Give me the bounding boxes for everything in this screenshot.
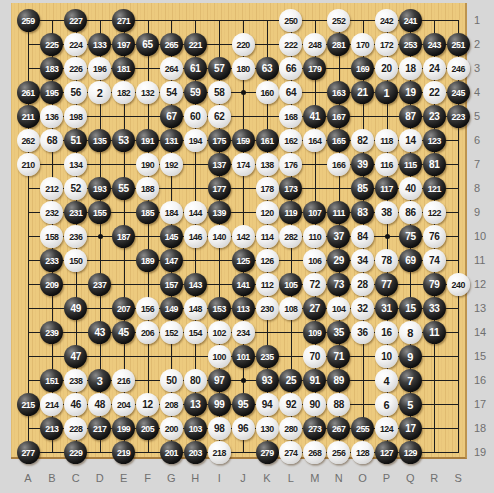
stone-O6: 82 <box>351 129 374 152</box>
stone-L16: 25 <box>279 369 302 392</box>
stone-P14: 16 <box>375 321 398 344</box>
stone-N4: 163 <box>327 81 350 104</box>
stone-F6: 191 <box>136 129 159 152</box>
stone-N12: 73 <box>327 273 350 296</box>
stone-number: 145 <box>165 232 178 241</box>
stone-Q13: 15 <box>399 297 422 320</box>
stone-number: 69 <box>405 256 416 266</box>
stone-O14: 36 <box>351 321 374 344</box>
stone-E13: 207 <box>112 297 135 320</box>
stone-number: 246 <box>452 64 465 73</box>
stone-number: 197 <box>117 40 130 49</box>
stone-number: 23 <box>429 112 440 122</box>
stone-number: 110 <box>308 232 321 241</box>
stone-number: 65 <box>142 40 153 50</box>
stone-number: 178 <box>260 184 273 193</box>
column-label-F: F <box>144 472 151 484</box>
stone-number: 80 <box>190 376 201 386</box>
stone-number: 200 <box>165 424 178 433</box>
row-label-10: 10 <box>474 230 486 242</box>
stone-E3: 181 <box>112 57 135 80</box>
stone-number: 37 <box>333 232 344 242</box>
stone-C18: 228 <box>64 417 87 440</box>
stone-H10: 146 <box>184 225 207 248</box>
stone-number: 168 <box>284 112 297 121</box>
stone-M9: 107 <box>303 201 326 224</box>
stone-number: 177 <box>213 184 226 193</box>
stone-number: 241 <box>404 16 417 25</box>
stone-number: 219 <box>117 448 130 457</box>
row-label-1: 1 <box>474 14 480 26</box>
stone-number: 161 <box>260 136 273 145</box>
stone-P3: 20 <box>375 57 398 80</box>
stone-R6: 123 <box>423 129 446 152</box>
stone-number: 40 <box>405 184 416 194</box>
stone-number: 5 <box>407 399 413 410</box>
stone-N18: 267 <box>327 417 350 440</box>
stone-I10: 140 <box>208 225 231 248</box>
stone-number: 91 <box>310 376 321 386</box>
stone-H6: 194 <box>184 129 207 152</box>
stone-number: 132 <box>141 88 154 97</box>
stone-R2: 243 <box>423 33 446 56</box>
stone-number: 101 <box>237 352 250 361</box>
stone-I16: 97 <box>208 369 231 392</box>
stone-number: 27 <box>310 304 321 314</box>
stone-O11: 34 <box>351 249 374 272</box>
stone-number: 205 <box>141 424 154 433</box>
stone-number: 17 <box>405 424 416 434</box>
stone-number: 165 <box>332 136 345 145</box>
stone-S4: 245 <box>447 81 470 104</box>
row-label-2: 2 <box>474 38 480 50</box>
stone-B4: 195 <box>40 81 63 104</box>
stone-C10: 236 <box>64 225 87 248</box>
stone-number: 277 <box>21 448 34 457</box>
stone-number: 279 <box>260 448 273 457</box>
stone-J17: 95 <box>232 393 255 416</box>
star-point <box>385 234 390 239</box>
stone-number: 262 <box>21 136 34 145</box>
stone-number: 232 <box>45 208 58 217</box>
stone-N17: 88 <box>327 393 350 416</box>
stone-I14: 102 <box>208 321 231 344</box>
stone-K3: 63 <box>256 57 279 80</box>
stone-C8: 52 <box>64 177 87 200</box>
column-label-I: I <box>218 472 221 484</box>
stone-C5: 198 <box>64 105 87 128</box>
stone-number: 96 <box>238 424 249 434</box>
stone-M17: 90 <box>303 393 326 416</box>
stone-O18: 255 <box>351 417 374 440</box>
column-label-A: A <box>24 472 31 484</box>
star-point <box>98 234 103 239</box>
stone-C2: 224 <box>64 33 87 56</box>
stone-K15: 235 <box>256 345 279 368</box>
row-label-12: 12 <box>474 278 486 290</box>
stone-B2: 225 <box>40 33 63 56</box>
stone-Q6: 14 <box>399 129 422 152</box>
stone-M14: 109 <box>303 321 326 344</box>
column-label-D: D <box>96 472 104 484</box>
stone-number: 248 <box>308 40 321 49</box>
stone-number: 216 <box>117 376 130 385</box>
stone-F9: 185 <box>136 201 159 224</box>
stone-number: 153 <box>213 304 226 313</box>
stone-number: 201 <box>165 448 178 457</box>
stone-R8: 121 <box>423 177 446 200</box>
stone-number: 46 <box>71 400 82 410</box>
column-label-J: J <box>240 472 246 484</box>
stone-G17: 208 <box>160 393 183 416</box>
stone-number: 147 <box>165 256 178 265</box>
stone-number: 268 <box>308 448 321 457</box>
stone-G4: 54 <box>160 81 183 104</box>
stone-A7: 210 <box>17 153 40 176</box>
stone-number: 156 <box>141 304 154 313</box>
stone-L7: 176 <box>279 153 302 176</box>
stone-F4: 132 <box>136 81 159 104</box>
stone-I7: 137 <box>208 153 231 176</box>
stone-number: 189 <box>141 256 154 265</box>
stone-Q11: 69 <box>399 249 422 272</box>
stone-J13: 113 <box>232 297 255 320</box>
column-label-R: R <box>430 472 438 484</box>
stone-number: 159 <box>237 136 250 145</box>
stone-number: 192 <box>165 160 178 169</box>
stone-N15: 71 <box>327 345 350 368</box>
stone-B11: 233 <box>40 249 63 272</box>
stone-number: 229 <box>69 448 82 457</box>
column-label-S: S <box>455 472 462 484</box>
stone-number: 195 <box>45 88 58 97</box>
stone-Q9: 86 <box>399 201 422 224</box>
stone-K11: 126 <box>256 249 279 272</box>
stone-P7: 116 <box>375 153 398 176</box>
stone-number: 206 <box>141 328 154 337</box>
stone-number: 33 <box>429 304 440 314</box>
stone-B8: 212 <box>40 177 63 200</box>
stone-number: 62 <box>214 112 225 122</box>
stone-number: 55 <box>118 184 129 194</box>
stone-number: 142 <box>237 232 250 241</box>
stone-number: 60 <box>190 112 201 122</box>
stone-B18: 213 <box>40 417 63 440</box>
stone-M3: 179 <box>303 57 326 80</box>
stone-number: 107 <box>308 208 321 217</box>
stone-R9: 122 <box>423 201 446 224</box>
row-label-11: 11 <box>474 254 485 266</box>
stone-N16: 89 <box>327 369 350 392</box>
stone-number: 162 <box>284 136 297 145</box>
stone-number: 121 <box>428 184 441 193</box>
stone-E19: 219 <box>112 441 135 464</box>
stone-Q18: 17 <box>399 417 422 440</box>
stone-number: 154 <box>189 328 202 337</box>
stone-P9: 38 <box>375 201 398 224</box>
stone-B9: 232 <box>40 201 63 224</box>
stone-number: 199 <box>117 424 130 433</box>
stone-B5: 136 <box>40 105 63 128</box>
stone-number: 160 <box>260 88 273 97</box>
stone-number: 139 <box>213 208 226 217</box>
stone-S12: 240 <box>447 273 470 296</box>
stone-C19: 229 <box>64 441 87 464</box>
stone-H4: 59 <box>184 81 207 104</box>
stone-number: 225 <box>45 40 58 49</box>
stone-M2: 248 <box>303 33 326 56</box>
stone-R11: 74 <box>423 249 446 272</box>
stone-P13: 31 <box>375 297 398 320</box>
stone-J6: 159 <box>232 129 255 152</box>
stone-number: 104 <box>332 304 345 313</box>
stone-E16: 216 <box>112 369 135 392</box>
stone-M15: 70 <box>303 345 326 368</box>
stone-number: 148 <box>189 304 202 313</box>
stone-M12: 72 <box>303 273 326 296</box>
stone-number: 264 <box>165 64 178 73</box>
stone-G9: 184 <box>160 201 183 224</box>
stone-D12: 237 <box>88 273 111 296</box>
stone-number: 138 <box>260 160 273 169</box>
stone-J11: 125 <box>232 249 255 272</box>
stone-number: 53 <box>118 136 129 146</box>
stone-Q14: 8 <box>399 321 422 344</box>
stone-number: 74 <box>429 256 440 266</box>
stone-number: 114 <box>261 232 274 241</box>
stone-number: 188 <box>141 184 154 193</box>
stone-N6: 165 <box>327 129 350 152</box>
stone-number: 239 <box>45 328 58 337</box>
stone-R3: 24 <box>423 57 446 80</box>
stone-C16: 238 <box>64 369 87 392</box>
stone-number: 128 <box>356 448 369 457</box>
stone-Q5: 87 <box>399 105 422 128</box>
stone-G3: 264 <box>160 57 183 80</box>
stone-K6: 161 <box>256 129 279 152</box>
stone-number: 140 <box>213 232 226 241</box>
stone-number: 22 <box>429 88 440 98</box>
row-label-18: 18 <box>474 422 486 434</box>
stone-number: 158 <box>45 232 58 241</box>
stone-number: 120 <box>260 208 273 217</box>
stone-number: 6 <box>383 399 389 410</box>
stone-G10: 145 <box>160 225 183 248</box>
stone-K12: 112 <box>256 273 279 296</box>
stone-number: 221 <box>189 40 202 49</box>
stone-O8: 85 <box>351 177 374 200</box>
stone-number: 79 <box>429 280 440 290</box>
stone-number: 11 <box>429 328 439 338</box>
stone-number: 20 <box>381 64 392 74</box>
stone-D4: 2 <box>88 81 111 104</box>
stone-number: 176 <box>284 160 297 169</box>
stone-K4: 160 <box>256 81 279 104</box>
stone-I19: 218 <box>208 441 231 464</box>
stone-number: 95 <box>238 400 249 410</box>
stone-number: 45 <box>118 328 129 338</box>
stone-number: 149 <box>165 304 178 313</box>
stone-K13: 230 <box>256 297 279 320</box>
stone-number: 261 <box>21 88 34 97</box>
stone-number: 251 <box>452 40 465 49</box>
stone-number: 38 <box>381 208 392 218</box>
stone-J7: 174 <box>232 153 255 176</box>
stone-I9: 139 <box>208 201 231 224</box>
stone-N1: 252 <box>327 9 350 32</box>
stone-N5: 167 <box>327 105 350 128</box>
stone-number: 167 <box>332 112 345 121</box>
stone-number: 39 <box>357 160 368 170</box>
stone-H13: 148 <box>184 297 207 320</box>
stone-N14: 35 <box>327 321 350 344</box>
stone-L12: 105 <box>279 273 302 296</box>
stone-number: 102 <box>213 328 226 337</box>
stone-P1: 242 <box>375 9 398 32</box>
stone-number: 82 <box>357 136 368 146</box>
stone-R10: 76 <box>423 225 446 248</box>
stone-R14: 11 <box>423 321 446 344</box>
stone-H19: 203 <box>184 441 207 464</box>
stone-M19: 268 <box>303 441 326 464</box>
stone-Q2: 253 <box>399 33 422 56</box>
stone-number: 111 <box>333 208 345 217</box>
stone-H5: 60 <box>184 105 207 128</box>
stone-number: 94 <box>262 400 273 410</box>
stone-J18: 96 <box>232 417 255 440</box>
stone-E18: 199 <box>112 417 135 440</box>
stone-P19: 127 <box>375 441 398 464</box>
stone-number: 89 <box>333 376 344 386</box>
stone-E14: 45 <box>112 321 135 344</box>
stone-number: 56 <box>71 88 82 98</box>
stone-number: 105 <box>284 280 297 289</box>
stone-number: 173 <box>284 184 297 193</box>
stone-J15: 101 <box>232 345 255 368</box>
stone-number: 70 <box>310 352 321 362</box>
stone-number: 92 <box>286 400 297 410</box>
column-label-K: K <box>263 472 270 484</box>
stone-number: 187 <box>117 232 130 241</box>
stone-R5: 23 <box>423 105 446 128</box>
stone-O7: 39 <box>351 153 374 176</box>
stone-number: 220 <box>237 40 250 49</box>
stone-L3: 66 <box>279 57 302 80</box>
column-label-E: E <box>120 472 127 484</box>
stone-number: 14 <box>405 136 416 146</box>
stone-number: 233 <box>45 256 58 265</box>
stone-number: 196 <box>93 64 106 73</box>
stone-H14: 154 <box>184 321 207 344</box>
stone-A19: 277 <box>17 441 40 464</box>
stone-C17: 46 <box>64 393 87 416</box>
stone-H18: 103 <box>184 417 207 440</box>
stone-O13: 32 <box>351 297 374 320</box>
stone-D16: 3 <box>88 369 111 392</box>
stone-Q1: 241 <box>399 9 422 32</box>
stone-number: 43 <box>94 328 105 338</box>
stone-number: 267 <box>332 424 345 433</box>
stone-number: 179 <box>308 64 321 73</box>
stone-B6: 68 <box>40 129 63 152</box>
stone-M6: 164 <box>303 129 326 152</box>
stone-number: 12 <box>142 400 153 410</box>
stone-G13: 149 <box>160 297 183 320</box>
stone-number: 222 <box>284 40 297 49</box>
stone-number: 227 <box>69 16 82 25</box>
stone-I6: 175 <box>208 129 231 152</box>
stone-K7: 138 <box>256 153 279 176</box>
stone-Q19: 129 <box>399 441 422 464</box>
stone-number: 36 <box>357 328 368 338</box>
stone-L17: 92 <box>279 393 302 416</box>
stone-N19: 256 <box>327 441 350 464</box>
stone-K18: 130 <box>256 417 279 440</box>
stone-number: 127 <box>380 448 393 457</box>
stone-G7: 192 <box>160 153 183 176</box>
stone-number: 119 <box>285 208 298 217</box>
stone-number: 217 <box>93 424 106 433</box>
stone-H3: 61 <box>184 57 207 80</box>
stone-M11: 106 <box>303 249 326 272</box>
stone-H17: 13 <box>184 393 207 416</box>
stone-number: 271 <box>117 16 130 25</box>
stone-G5: 67 <box>160 105 183 128</box>
stone-Q3: 18 <box>399 57 422 80</box>
column-label-B: B <box>48 472 55 484</box>
row-label-16: 16 <box>474 374 486 386</box>
stone-A5: 211 <box>17 105 40 128</box>
column-label-N: N <box>335 472 343 484</box>
stone-number: 100 <box>213 352 226 361</box>
row-label-6: 6 <box>474 134 480 146</box>
stone-number: 77 <box>381 280 392 290</box>
row-label-17: 17 <box>474 398 486 410</box>
stone-number: 13 <box>190 400 201 410</box>
stone-number: 106 <box>308 256 321 265</box>
stone-number: 85 <box>357 184 368 194</box>
stone-number: 35 <box>333 328 344 338</box>
stone-F2: 65 <box>136 33 159 56</box>
stone-number: 4 <box>383 375 389 386</box>
stone-number: 181 <box>117 64 130 73</box>
stone-O4: 21 <box>351 81 374 104</box>
stone-Q10: 75 <box>399 225 422 248</box>
stone-number: 71 <box>333 352 344 362</box>
stone-number: 19 <box>405 88 416 98</box>
stone-A17: 215 <box>17 393 40 416</box>
stone-number: 124 <box>380 424 393 433</box>
stone-number: 184 <box>165 208 178 217</box>
stone-number: 174 <box>237 160 250 169</box>
stone-Q17: 5 <box>399 393 422 416</box>
stone-number: 15 <box>405 304 416 314</box>
stone-number: 209 <box>45 280 58 289</box>
stone-E10: 187 <box>112 225 135 248</box>
stone-number: 256 <box>332 448 345 457</box>
stone-M5: 41 <box>303 105 326 128</box>
stone-J3: 180 <box>232 57 255 80</box>
stone-number: 51 <box>71 136 82 146</box>
stone-number: 185 <box>141 208 154 217</box>
stone-K16: 93 <box>256 369 279 392</box>
stone-number: 78 <box>381 256 392 266</box>
stone-number: 103 <box>189 424 202 433</box>
stone-number: 50 <box>166 376 177 386</box>
stone-number: 252 <box>332 16 345 25</box>
stone-number: 24 <box>429 64 440 74</box>
stone-number: 76 <box>429 232 440 242</box>
